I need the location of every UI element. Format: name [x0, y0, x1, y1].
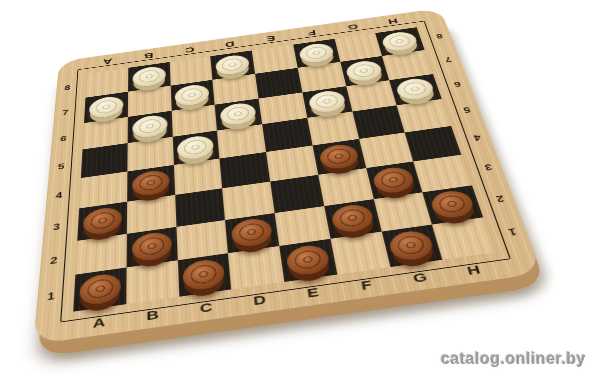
coordinate-label: 3 [46, 210, 67, 245]
coordinate-label: 7 [56, 99, 75, 127]
product-photo: ABCDEFGH ABCDEFGH 87654321 87654321 cata… [0, 0, 592, 377]
light-piece-C5 [177, 134, 215, 161]
coordinate-label: 4 [48, 180, 68, 213]
dark-piece-E1 [285, 243, 331, 277]
light-piece-D8 [215, 53, 250, 76]
square-B1 [126, 261, 179, 305]
watermark: catalog.onliner.by [441, 350, 586, 368]
square-D1 [228, 246, 284, 289]
coordinate-label: 8 [58, 75, 76, 101]
dark-piece-G1 [387, 229, 436, 263]
dark-piece-A3 [83, 205, 122, 236]
dark-piece-A1 [79, 272, 121, 307]
dark-piece-F2 [330, 203, 375, 235]
light-piece-C7 [175, 83, 210, 107]
light-piece-H6 [395, 77, 437, 102]
square-C1 [177, 253, 231, 296]
light-piece-H8 [380, 30, 419, 53]
dark-piece-D2 [231, 217, 274, 249]
coordinate-label: 2 [43, 242, 65, 279]
light-piece-A7 [89, 95, 124, 120]
dark-piece-H2 [429, 189, 477, 220]
dark-piece-F4 [318, 143, 360, 171]
dark-piece-B2 [132, 231, 172, 264]
dark-piece-C1 [183, 258, 226, 292]
square-A1 [73, 268, 126, 312]
dark-piece-B4 [132, 169, 170, 198]
light-piece-D6 [220, 102, 257, 128]
square-F1 [330, 232, 390, 275]
coordinate-label: 6 [54, 124, 73, 153]
light-piece-F8 [298, 42, 335, 65]
coordinate-label: 5 [51, 151, 71, 182]
dark-piece-G3 [371, 165, 416, 195]
coordinate-label: 1 [39, 277, 62, 317]
light-piece-F6 [307, 89, 346, 114]
light-piece-B6 [132, 114, 167, 140]
light-piece-B8 [132, 65, 165, 88]
square-E1 [279, 239, 337, 282]
light-piece-G7 [345, 59, 384, 83]
